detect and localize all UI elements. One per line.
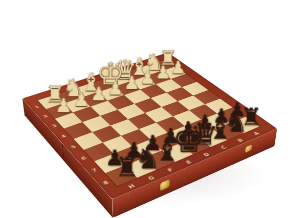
white-pawn-g2[interactable]: ♟ [71,90,91,109]
brass-hinge-icon [245,144,252,153]
white-pawn-f2[interactable]: ♟ [89,85,109,104]
white-pawn-h2[interactable]: ♟ [53,96,73,115]
brass-latch-icon [160,179,170,191]
white-pawn-d2[interactable]: ♟ [122,74,141,92]
photo-canvas: 12345678 HGFEDCBA ♜♞♝♚♛♝♞♜♟♟♟♟♟♟♟♟♟♟♟♟♟♟… [0,0,290,218]
black-rook-h8[interactable]: ♜ [115,154,138,181]
white-pawn-e2[interactable]: ♟ [106,79,125,97]
